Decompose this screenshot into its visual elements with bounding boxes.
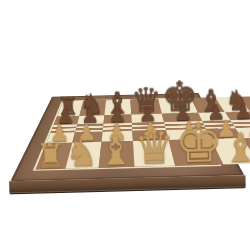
board-front-edge [9,175,246,194]
square-b1: ♞ [66,142,102,169]
square-d1: ♛ [133,140,175,167]
piece-white-bishop: ♝ [98,131,134,171]
piece-white-bishop: ♝ [223,128,250,168]
square-e1: ♚ [169,139,224,166]
piece-white-king: ♚ [174,115,224,171]
board-playing-field: ♜♞♝♛♚♝♞♜♟♟♟♟♟♟♟♟♟♟♟♟♟♟♟♟♜♞♝♛♚♝♞♜ [33,97,222,170]
piece-white-knight: ♞ [65,134,99,172]
square-c1: ♝ [99,141,134,168]
board-perspective-wrap: ♜♞♝♛♚♝♞♜♟♟♟♟♟♟♟♟♟♟♟♟♟♟♟♟♜♞♝♛♚♝♞♜ [0,0,250,250]
chess-set-product-photo: ♜♞♝♛♚♝♞♜♟♟♟♟♟♟♟♟♟♟♟♟♟♟♟♟♜♞♝♛♚♝♞♜ [0,0,250,250]
piece-white-queen: ♛ [133,124,175,171]
chess-board: ♜♞♝♛♚♝♞♜♟♟♟♟♟♟♟♟♟♟♟♟♟♟♟♟♜♞♝♛♚♝♞♜ [10,93,244,181]
piece-white-rook: ♜ [35,138,66,172]
